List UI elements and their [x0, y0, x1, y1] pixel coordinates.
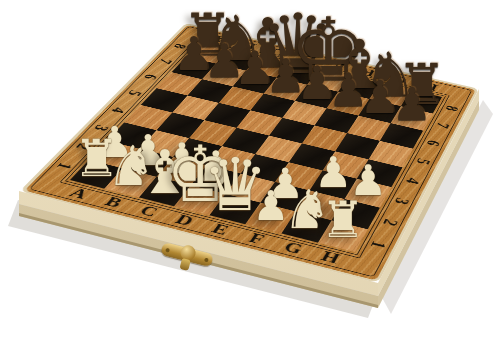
- piece-black-pawn-h7[interactable]: ♟: [392, 82, 433, 127]
- piece-white-rook-h1[interactable]: ♜: [321, 196, 366, 246]
- pieces-layer: ♜♞♝♛♚♝♞♜♟♟♟♟♟♟♟♟♟♟♟♟♟♟♟♜♞♝♚♛♟♞♜: [0, 0, 500, 339]
- chess-set-photo: ABCDEFGH ABCDEFGH 87654321 87654321 ♜♞♝♛…: [0, 0, 500, 339]
- clasp-hook: [179, 258, 190, 271]
